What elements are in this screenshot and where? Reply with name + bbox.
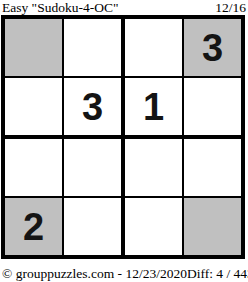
- cell-r4c4[interactable]: [184, 198, 241, 255]
- footer: © grouppuzzles.com - 12/23/2020 Diff: 4 …: [2, 266, 246, 281]
- puzzle-title: Easy "Sudoku-4-OC": [2, 0, 118, 15]
- box-r1c2: 31: [125, 19, 241, 135]
- cell-r1c1[interactable]: [5, 19, 62, 76]
- cell-r3c1[interactable]: [5, 139, 62, 196]
- header: Easy "Sudoku-4-OC" 12/16: [2, 0, 246, 15]
- cell-r3c2[interactable]: [64, 139, 121, 196]
- sudoku-page: Easy "Sudoku-4-OC" 12/16 3312 © grouppuz…: [0, 0, 248, 282]
- cell-r1c2[interactable]: [64, 19, 121, 76]
- cell-r4c1: 2: [5, 198, 62, 255]
- cell-r2c2: 3: [64, 78, 121, 135]
- cell-r2c1[interactable]: [5, 78, 62, 135]
- cell-r4c3[interactable]: [125, 198, 182, 255]
- cell-r2c3: 1: [125, 78, 182, 135]
- sudoku-board: 3312: [1, 15, 245, 259]
- box-r2c2: [125, 139, 241, 255]
- cell-r3c4[interactable]: [184, 139, 241, 196]
- box-r1c1: 3: [5, 19, 121, 135]
- box-r2c1: 2: [5, 139, 121, 255]
- copyright-text: © grouppuzzles.com - 12/23/2020: [2, 266, 187, 281]
- cell-counter: 12/16: [215, 0, 246, 15]
- cell-r1c4: 3: [184, 19, 241, 76]
- difficulty-text: Diff: 4 / 4431: [187, 266, 248, 281]
- cell-r2c4[interactable]: [184, 78, 241, 135]
- cell-r1c3[interactable]: [125, 19, 182, 76]
- cell-r3c3[interactable]: [125, 139, 182, 196]
- cell-r4c2[interactable]: [64, 198, 121, 255]
